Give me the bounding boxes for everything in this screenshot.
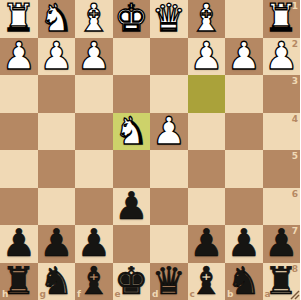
square-d4[interactable]: ♟ [150, 113, 188, 151]
square-c3[interactable] [188, 75, 226, 113]
black-knight-icon[interactable]: ♞ [227, 263, 261, 300]
square-e4[interactable]: ♞ [113, 113, 151, 151]
square-g8[interactable]: g♞ [38, 263, 76, 300]
square-c7[interactable]: ♟ [188, 225, 226, 263]
square-g5[interactable] [38, 150, 76, 188]
chess-board: ♜♞♝♚♛♝1♜♟♟♟♟♟2♟3♞♟45♟6♟♟♟♟♟7♟h♜g♞f♝e♚d♛c… [0, 0, 300, 300]
white-rook-icon[interactable]: ♜ [264, 0, 298, 37]
white-bishop-icon[interactable]: ♝ [189, 0, 223, 37]
square-e2[interactable] [113, 38, 151, 76]
square-d6[interactable] [150, 188, 188, 226]
square-h3[interactable] [0, 75, 38, 113]
square-c8[interactable]: c♝ [188, 263, 226, 300]
square-a2[interactable]: 2♟ [263, 38, 301, 76]
black-pawn-icon[interactable]: ♟ [2, 225, 36, 262]
rank-label-5: 5 [292, 152, 298, 161]
white-pawn-icon[interactable]: ♟ [39, 38, 73, 75]
square-g1[interactable]: ♞ [38, 0, 76, 38]
square-c1[interactable]: ♝ [188, 0, 226, 38]
square-f6[interactable] [75, 188, 113, 226]
square-g7[interactable]: ♟ [38, 225, 76, 263]
square-f2[interactable]: ♟ [75, 38, 113, 76]
square-a3[interactable]: 3 [263, 75, 301, 113]
square-e8[interactable]: e♚ [113, 263, 151, 300]
square-h1[interactable]: ♜ [0, 0, 38, 38]
square-b3[interactable] [225, 75, 263, 113]
square-b5[interactable] [225, 150, 263, 188]
square-a1[interactable]: 1♜ [263, 0, 301, 38]
black-bishop-icon[interactable]: ♝ [77, 263, 111, 300]
square-c5[interactable] [188, 150, 226, 188]
black-pawn-icon[interactable]: ♟ [264, 225, 298, 262]
square-c2[interactable]: ♟ [188, 38, 226, 76]
square-b2[interactable]: ♟ [225, 38, 263, 76]
square-g3[interactable] [38, 75, 76, 113]
square-e1[interactable]: ♚ [113, 0, 151, 38]
square-a5[interactable]: 5 [263, 150, 301, 188]
white-pawn-icon[interactable]: ♟ [77, 38, 111, 75]
black-knight-icon[interactable]: ♞ [39, 263, 73, 300]
square-d1[interactable]: ♛ [150, 0, 188, 38]
white-bishop-icon[interactable]: ♝ [77, 0, 111, 37]
white-pawn-icon[interactable]: ♟ [2, 38, 36, 75]
square-d5[interactable] [150, 150, 188, 188]
square-b8[interactable]: b♞ [225, 263, 263, 300]
white-king-icon[interactable]: ♚ [114, 0, 148, 37]
square-e5[interactable] [113, 150, 151, 188]
square-f4[interactable] [75, 113, 113, 151]
square-h5[interactable] [0, 150, 38, 188]
board-resize-handle-icon[interactable] [288, 288, 300, 300]
square-h6[interactable] [0, 188, 38, 226]
square-a4[interactable]: 4 [263, 113, 301, 151]
square-f1[interactable]: ♝ [75, 0, 113, 38]
square-e7[interactable] [113, 225, 151, 263]
white-knight-icon[interactable]: ♞ [114, 113, 148, 150]
black-king-icon[interactable]: ♚ [114, 263, 148, 300]
rank-label-6: 6 [292, 190, 298, 199]
square-e3[interactable] [113, 75, 151, 113]
square-h7[interactable]: ♟ [0, 225, 38, 263]
square-b6[interactable] [225, 188, 263, 226]
rank-label-4: 4 [292, 115, 298, 124]
square-c6[interactable] [188, 188, 226, 226]
square-f8[interactable]: f♝ [75, 263, 113, 300]
square-f5[interactable] [75, 150, 113, 188]
white-queen-icon[interactable]: ♛ [152, 0, 186, 37]
square-d2[interactable] [150, 38, 188, 76]
square-a6[interactable]: 6 [263, 188, 301, 226]
square-g2[interactable]: ♟ [38, 38, 76, 76]
square-c4[interactable] [188, 113, 226, 151]
black-pawn-icon[interactable]: ♟ [227, 225, 261, 262]
square-b4[interactable] [225, 113, 263, 151]
square-h4[interactable] [0, 113, 38, 151]
rank-label-3: 3 [292, 77, 298, 86]
square-f7[interactable]: ♟ [75, 225, 113, 263]
square-f3[interactable] [75, 75, 113, 113]
square-e6[interactable]: ♟ [113, 188, 151, 226]
white-pawn-icon[interactable]: ♟ [264, 38, 298, 75]
black-pawn-icon[interactable]: ♟ [39, 225, 73, 262]
square-h2[interactable]: ♟ [0, 38, 38, 76]
white-pawn-icon[interactable]: ♟ [189, 38, 223, 75]
black-bishop-icon[interactable]: ♝ [189, 263, 223, 300]
white-pawn-icon[interactable]: ♟ [227, 38, 261, 75]
black-pawn-icon[interactable]: ♟ [114, 188, 148, 225]
white-pawn-icon[interactable]: ♟ [152, 113, 186, 150]
square-b7[interactable]: ♟ [225, 225, 263, 263]
black-pawn-icon[interactable]: ♟ [77, 225, 111, 262]
white-rook-icon[interactable]: ♜ [2, 0, 36, 37]
square-b1[interactable] [225, 0, 263, 38]
square-g6[interactable] [38, 188, 76, 226]
black-queen-icon[interactable]: ♛ [152, 263, 186, 300]
black-pawn-icon[interactable]: ♟ [189, 225, 223, 262]
square-d8[interactable]: d♛ [150, 263, 188, 300]
square-a7[interactable]: 7♟ [263, 225, 301, 263]
square-d7[interactable] [150, 225, 188, 263]
black-rook-icon[interactable]: ♜ [2, 263, 36, 300]
square-d3[interactable] [150, 75, 188, 113]
square-g4[interactable] [38, 113, 76, 151]
white-knight-icon[interactable]: ♞ [39, 0, 73, 37]
square-h8[interactable]: h♜ [0, 263, 38, 300]
